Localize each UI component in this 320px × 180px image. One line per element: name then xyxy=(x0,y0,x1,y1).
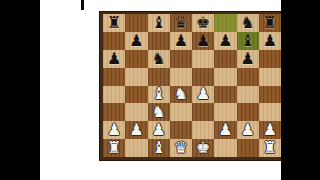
square-b6[interactable] xyxy=(125,50,147,68)
square-f7[interactable]: ♟ xyxy=(214,32,236,50)
square-h4[interactable] xyxy=(259,86,281,104)
square-d2[interactable] xyxy=(170,121,192,139)
square-c2[interactable]: ♟ xyxy=(148,121,170,139)
square-e4[interactable]: ♟ xyxy=(192,86,214,104)
piece-white-pawn-e4: ♟ xyxy=(196,86,210,102)
square-a2[interactable]: ♟ xyxy=(103,121,125,139)
square-g2[interactable]: ♟ xyxy=(237,121,259,139)
square-f4[interactable] xyxy=(214,86,236,104)
square-b1[interactable] xyxy=(125,139,147,157)
letterbox-left xyxy=(0,0,40,180)
piece-black-rook-h8: ♜ xyxy=(263,15,277,31)
square-d7[interactable]: ♟ xyxy=(170,32,192,50)
square-e3[interactable] xyxy=(192,103,214,121)
chess-board-frame: ♜♝♛♚♞♜♟♟♟♟♝♟♟♞♟♝♞♟♞♟♟♟♟♟♟♜♝♛♚♜ 87654321 xyxy=(99,11,287,161)
square-d5[interactable] xyxy=(170,68,192,86)
square-h7[interactable]: ♟ xyxy=(259,32,281,50)
square-h2[interactable]: ♟ xyxy=(259,121,281,139)
piece-black-pawn-h7: ♟ xyxy=(263,33,277,49)
square-d4[interactable]: ♞ xyxy=(170,86,192,104)
square-a6[interactable]: ♟ xyxy=(103,50,125,68)
square-e6[interactable] xyxy=(192,50,214,68)
square-h3[interactable] xyxy=(259,103,281,121)
square-f5[interactable] xyxy=(214,68,236,86)
square-h5[interactable] xyxy=(259,68,281,86)
square-d6[interactable] xyxy=(170,50,192,68)
piece-white-pawn-g2: ♟ xyxy=(240,122,254,138)
piece-white-rook-a1: ♜ xyxy=(107,140,121,156)
square-f1[interactable] xyxy=(214,139,236,157)
square-g7[interactable]: ♝ xyxy=(237,32,259,50)
square-g3[interactable] xyxy=(237,103,259,121)
piece-white-knight-d4: ♞ xyxy=(174,86,188,102)
video-frame: { "game": "chess", "position": { "fen": … xyxy=(0,0,320,180)
piece-black-queen-d8: ♛ xyxy=(174,15,188,31)
square-g5[interactable] xyxy=(237,68,259,86)
square-c1[interactable]: ♝ xyxy=(148,139,170,157)
piece-white-pawn-h2: ♟ xyxy=(263,122,277,138)
square-a7[interactable] xyxy=(103,32,125,50)
square-b7[interactable]: ♟ xyxy=(125,32,147,50)
piece-black-bishop-g7: ♝ xyxy=(240,33,254,49)
square-b8[interactable] xyxy=(125,14,147,32)
piece-black-rook-a8: ♜ xyxy=(107,15,121,31)
square-d3[interactable] xyxy=(170,103,192,121)
piece-black-pawn-e7: ♟ xyxy=(196,33,210,49)
board-squares: ♜♝♛♚♞♜♟♟♟♟♝♟♟♞♟♝♞♟♞♟♟♟♟♟♟♜♝♛♚♜ xyxy=(103,14,281,157)
square-c3[interactable]: ♞ xyxy=(148,103,170,121)
square-a4[interactable] xyxy=(103,86,125,104)
square-f2[interactable]: ♟ xyxy=(214,121,236,139)
piece-white-pawn-a2: ♟ xyxy=(107,122,121,138)
piece-white-bishop-c4: ♝ xyxy=(151,86,165,102)
square-b4[interactable] xyxy=(125,86,147,104)
square-c7[interactable] xyxy=(148,32,170,50)
piece-black-pawn-d7: ♟ xyxy=(174,33,188,49)
square-c8[interactable]: ♝ xyxy=(148,14,170,32)
piece-black-knight-g8: ♞ xyxy=(240,15,254,31)
piece-white-rook-h1: ♜ xyxy=(263,140,277,156)
square-c4[interactable]: ♝ xyxy=(148,86,170,104)
piece-white-pawn-b2: ♟ xyxy=(129,122,143,138)
square-f3[interactable] xyxy=(214,103,236,121)
piece-black-pawn-a6: ♟ xyxy=(107,51,121,67)
piece-black-pawn-b7: ♟ xyxy=(129,33,143,49)
square-h8[interactable]: ♜ xyxy=(259,14,281,32)
piece-black-bishop-c8: ♝ xyxy=(151,15,165,31)
piece-black-king-e8: ♚ xyxy=(196,15,210,31)
square-f8[interactable] xyxy=(214,14,236,32)
square-g4[interactable] xyxy=(237,86,259,104)
piece-white-queen-d1: ♛ xyxy=(174,140,188,156)
square-c6[interactable]: ♞ xyxy=(148,50,170,68)
piece-black-pawn-f7: ♟ xyxy=(218,33,232,49)
square-f6[interactable] xyxy=(214,50,236,68)
letterbox-right xyxy=(281,0,320,180)
square-e8[interactable]: ♚ xyxy=(192,14,214,32)
square-e7[interactable]: ♟ xyxy=(192,32,214,50)
square-d8[interactable]: ♛ xyxy=(170,14,192,32)
square-a5[interactable] xyxy=(103,68,125,86)
square-e5[interactable] xyxy=(192,68,214,86)
piece-white-king-e1: ♚ xyxy=(196,140,210,156)
piece-white-pawn-f2: ♟ xyxy=(218,122,232,138)
square-a1[interactable]: ♜ xyxy=(103,139,125,157)
piece-white-pawn-c2: ♟ xyxy=(151,122,165,138)
square-g8[interactable]: ♞ xyxy=(237,14,259,32)
square-h6[interactable] xyxy=(259,50,281,68)
square-b3[interactable] xyxy=(125,103,147,121)
piece-black-pawn-g6: ♟ xyxy=(240,51,254,67)
piece-white-bishop-c1: ♝ xyxy=(151,140,165,156)
square-e2[interactable] xyxy=(192,121,214,139)
square-b2[interactable]: ♟ xyxy=(125,121,147,139)
piece-black-knight-c6: ♞ xyxy=(151,51,165,67)
ui-artifact-line xyxy=(81,0,84,10)
square-a3[interactable] xyxy=(103,103,125,121)
square-d1[interactable]: ♛ xyxy=(170,139,192,157)
square-a8[interactable]: ♜ xyxy=(103,14,125,32)
square-b5[interactable] xyxy=(125,68,147,86)
square-h1[interactable]: ♜ xyxy=(259,139,281,157)
piece-white-knight-c3: ♞ xyxy=(151,104,165,120)
square-g6[interactable]: ♟ xyxy=(237,50,259,68)
square-c5[interactable] xyxy=(148,68,170,86)
square-e1[interactable]: ♚ xyxy=(192,139,214,157)
square-g1[interactable] xyxy=(237,139,259,157)
app-background: ♜♝♛♚♞♜♟♟♟♟♝♟♟♞♟♝♞♟♞♟♟♟♟♟♟♜♝♛♚♜ 87654321 xyxy=(40,0,281,180)
